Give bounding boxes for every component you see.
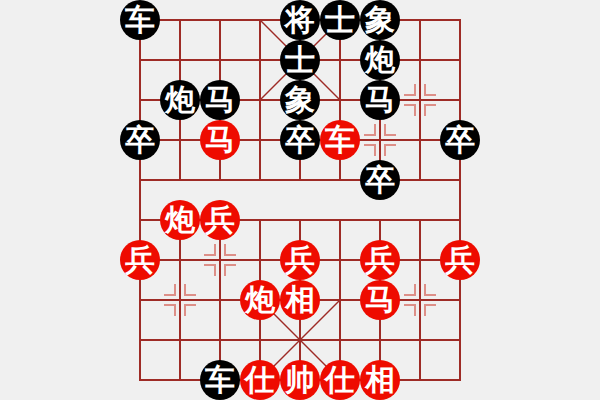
- piece-red-advisor[interactable]: 仕: [320, 360, 360, 400]
- piece-red-elephant[interactable]: 相: [280, 280, 320, 320]
- piece-black-elephant[interactable]: 象: [280, 80, 320, 120]
- piece-black-chariot[interactable]: 车: [120, 0, 160, 40]
- piece-red-general[interactable]: 帅: [280, 360, 320, 400]
- piece-black-soldier[interactable]: 卒: [440, 120, 480, 160]
- piece-black-advisor[interactable]: 士: [280, 40, 320, 80]
- piece-red-elephant[interactable]: 相: [360, 360, 400, 400]
- piece-red-advisor[interactable]: 仕: [240, 360, 280, 400]
- piece-black-elephant[interactable]: 象: [360, 0, 400, 40]
- piece-black-soldier[interactable]: 卒: [120, 120, 160, 160]
- piece-red-horse[interactable]: 马: [200, 120, 240, 160]
- piece-black-chariot[interactable]: 车: [200, 360, 240, 400]
- piece-black-soldier[interactable]: 卒: [360, 160, 400, 200]
- piece-red-chariot[interactable]: 车: [320, 120, 360, 160]
- piece-black-cannon[interactable]: 炮: [160, 80, 200, 120]
- xiangqi-board[interactable]: 车将士象士炮炮马象马卒卒卒卒车马车炮兵兵兵兵兵炮相马仕帅仕相: [0, 0, 600, 400]
- piece-red-soldier[interactable]: 兵: [440, 240, 480, 280]
- piece-red-soldier[interactable]: 兵: [120, 240, 160, 280]
- piece-red-soldier[interactable]: 兵: [280, 240, 320, 280]
- piece-black-cannon[interactable]: 炮: [360, 40, 400, 80]
- piece-black-advisor[interactable]: 士: [320, 0, 360, 40]
- piece-red-horse[interactable]: 马: [360, 280, 400, 320]
- piece-black-soldier[interactable]: 卒: [280, 120, 320, 160]
- piece-red-soldier[interactable]: 兵: [360, 240, 400, 280]
- piece-red-cannon[interactable]: 炮: [240, 280, 280, 320]
- piece-black-horse[interactable]: 马: [360, 80, 400, 120]
- piece-red-cannon[interactable]: 炮: [160, 200, 200, 240]
- piece-red-soldier[interactable]: 兵: [200, 200, 240, 240]
- piece-black-general[interactable]: 将: [280, 0, 320, 40]
- piece-black-horse[interactable]: 马: [200, 80, 240, 120]
